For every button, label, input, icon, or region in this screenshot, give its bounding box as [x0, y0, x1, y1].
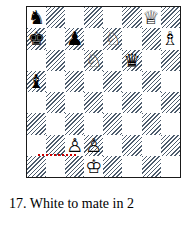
square-d3: [84, 113, 103, 134]
black-king-a7: ♚: [28, 28, 45, 49]
square-e3: [103, 113, 122, 134]
puzzle-caption: 17. White to mate in 2: [9, 196, 134, 212]
square-b2: [46, 135, 65, 156]
square-d4: [84, 92, 103, 113]
white-bishop-h7: ♗: [162, 28, 179, 49]
square-h5: [161, 71, 180, 92]
square-e2: [103, 135, 122, 156]
chess-board: ♞♕♚♟♘♗♘♛♝♙♙♔: [26, 6, 181, 178]
square-a4: [27, 92, 46, 113]
square-a5: ♝: [27, 71, 46, 92]
square-c1: [65, 156, 84, 177]
square-f6: ♛: [122, 50, 141, 71]
square-b7: [46, 28, 65, 49]
square-f1: [122, 156, 141, 177]
spellcheck-squiggle: [38, 154, 77, 156]
square-e5: [103, 71, 122, 92]
square-c3: [65, 113, 84, 134]
white-pawn-d2: ♙: [85, 135, 102, 156]
black-knight-a8: ♞: [28, 7, 45, 28]
square-g3: [142, 113, 161, 134]
square-d2: ♙: [84, 135, 103, 156]
white-pawn-c2: ♙: [66, 135, 83, 156]
black-bishop-a5: ♝: [28, 71, 45, 92]
square-c2: ♙: [65, 135, 84, 156]
square-f7: [122, 28, 141, 49]
square-a1: [27, 156, 46, 177]
square-g5: [142, 71, 161, 92]
black-queen-f6: ♛: [123, 50, 140, 71]
square-g6: [142, 50, 161, 71]
square-h8: [161, 7, 180, 28]
white-knight-d6: ♘: [85, 50, 102, 71]
square-b1: [46, 156, 65, 177]
square-a6: [27, 50, 46, 71]
square-c5: [65, 71, 84, 92]
square-c4: [65, 92, 84, 113]
square-e4: [103, 92, 122, 113]
square-a8: ♞: [27, 7, 46, 28]
square-d1: ♔: [84, 156, 103, 177]
white-knight-e7: ♘: [104, 28, 121, 49]
square-d8: [84, 7, 103, 28]
square-f8: [122, 7, 141, 28]
square-b5: [46, 71, 65, 92]
square-f5: [122, 71, 141, 92]
square-c8: [65, 7, 84, 28]
square-e1: [103, 156, 122, 177]
square-b6: [46, 50, 65, 71]
square-g8: ♕: [142, 7, 161, 28]
square-d5: [84, 71, 103, 92]
square-a3: [27, 113, 46, 134]
square-b8: [46, 7, 65, 28]
square-g4: [142, 92, 161, 113]
square-a7: ♚: [27, 28, 46, 49]
white-king-d1: ♔: [85, 156, 102, 177]
square-d6: ♘: [84, 50, 103, 71]
square-c7: ♟: [65, 28, 84, 49]
square-f3: [122, 113, 141, 134]
square-b3: [46, 113, 65, 134]
square-f2: [122, 135, 141, 156]
square-g1: [142, 156, 161, 177]
document-page: ♞♕♚♟♘♗♘♛♝♙♙♔ 17. White to mate in 2: [0, 0, 187, 225]
square-h7: ♗: [161, 28, 180, 49]
square-h4: [161, 92, 180, 113]
square-a2: [27, 135, 46, 156]
square-b4: [46, 92, 65, 113]
white-queen-g8: ♕: [143, 7, 160, 28]
square-g7: [142, 28, 161, 49]
square-c6: [65, 50, 84, 71]
square-e6: [103, 50, 122, 71]
square-h6: [161, 50, 180, 71]
square-h3: [161, 113, 180, 134]
square-f4: [122, 92, 141, 113]
square-d7: [84, 28, 103, 49]
square-h1: [161, 156, 180, 177]
black-pawn-c7: ♟: [66, 28, 83, 49]
square-g2: [142, 135, 161, 156]
square-e7: ♘: [103, 28, 122, 49]
square-e8: [103, 7, 122, 28]
square-h2: [161, 135, 180, 156]
